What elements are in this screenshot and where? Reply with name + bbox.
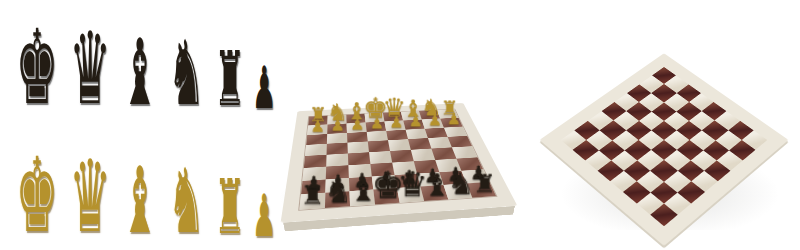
square-r2c4 [386,130,408,141]
dark-bishop-piece: ♝ [121,27,159,118]
dark-king-piece: ♚ [15,15,58,118]
square-r1c0: ♟ [307,124,327,134]
square-r1c3: ♟ [366,121,387,131]
brass-p-piece: ♟ [389,114,403,130]
square-r4c5 [411,149,435,162]
square-r4c4 [390,150,414,163]
square-r7c0: ♜ [299,193,325,210]
black-r-piece: ♜ [473,171,496,196]
brass-knight-piece: ♞ [168,157,205,246]
square-r1c5: ♟ [403,119,425,129]
brass-queen-piece: ♛ [69,147,111,247]
square-r7c2: ♝ [349,190,375,206]
black-b-piece: ♝ [349,174,377,205]
brass-p-piece: ♟ [427,112,441,128]
square-r1c2: ♟ [347,122,367,132]
dark-piece-lineup[interactable]: ♚♛♝♞♜♟ [6,3,270,115]
brass-p-piece: ♟ [350,116,364,132]
dark-queen-piece: ♛ [69,19,111,119]
brass-rook-piece: ♜ [214,170,246,246]
chess-set-product-collage: ♚♛♝♞♜♟ ♚♛♝♞♜♟ ♜♞♝♚♛♝♞♜♟♟♟♟♟♟♟♟♟♟♟♟♟♟♟♟♜♞… [0,0,800,250]
square-r3c7 [448,136,472,147]
empty-board-scene [520,0,800,250]
square-r2c2 [347,132,368,143]
square-r2c1 [327,133,348,144]
brass-p-piece: ♟ [446,111,460,127]
brass-king-piece: ♚ [15,143,58,246]
black-r-piece: ♜ [300,182,324,208]
square-r4c3 [369,151,392,164]
square-r2c0 [306,134,327,145]
black-n-piece: ♞ [324,176,352,207]
square-r1c6: ♟ [422,118,444,128]
square-r3c3 [368,140,390,152]
brass-p-piece: ♟ [408,113,422,129]
square-r3c4 [388,139,411,151]
square-r2c3 [367,131,388,142]
brass-piece-lineup[interactable]: ♚♛♝♞♜♟ [6,131,270,243]
chess-board-grid: ♜♞♝♚♛♝♞♜♟♟♟♟♟♟♟♟♟♟♟♟♟♟♟♟♜♞♝♚♛♝♞♜ [299,109,496,210]
square-r7c1: ♞ [325,191,350,208]
square-r7c3: ♚ [373,188,399,204]
dark-knight-piece: ♞ [168,29,205,118]
square-r1c1: ♟ [327,123,347,133]
dark-rook-piece: ♜ [214,42,246,118]
brass-p-piece: ♟ [369,115,383,131]
set-board-scene: ♜♞♝♚♛♝♞♜♟♟♟♟♟♟♟♟♟♟♟♟♟♟♟♟♜♞♝♚♛♝♞♜ [270,0,510,250]
brass-p-piece: ♟ [310,118,324,134]
black-n-piece: ♞ [447,168,474,198]
square-r2c7 [444,126,467,137]
chess-board-with-starting-position[interactable]: ♜♞♝♚♛♝♞♜♟♟♟♟♟♟♟♟♟♟♟♟♟♟♟♟♜♞♝♚♛♝♞♜ [281,103,518,223]
brass-p-piece: ♟ [330,117,344,133]
brass-bishop-piece: ♝ [121,155,159,246]
square-r3c0 [305,144,327,156]
